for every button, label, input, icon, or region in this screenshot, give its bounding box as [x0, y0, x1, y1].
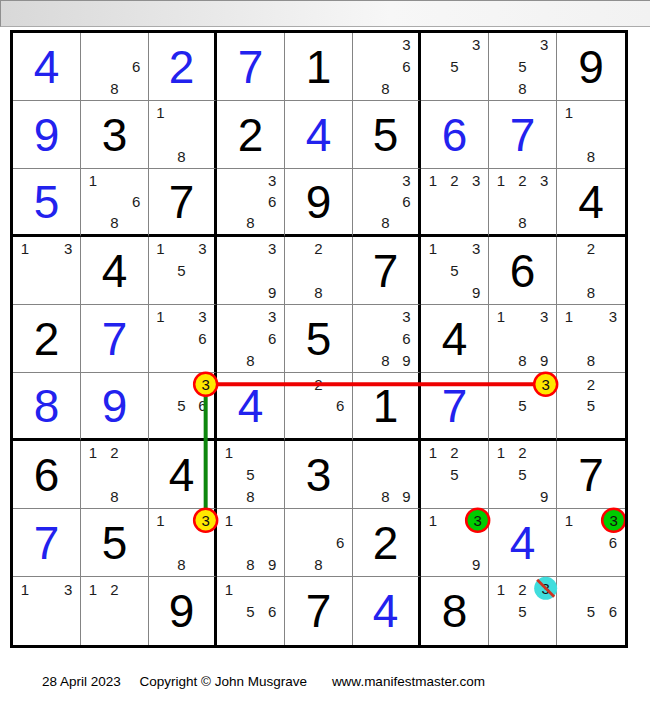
- candidate-grid: 136: [150, 306, 213, 371]
- candidate-9: [465, 485, 487, 507]
- cell-r6c5[interactable]: 26: [285, 373, 353, 441]
- candidate-4: [422, 532, 444, 554]
- cell-r5c9[interactable]: 138: [557, 305, 625, 373]
- candidate-8: 8: [240, 553, 262, 575]
- cell-r1c6[interactable]: 368: [353, 33, 421, 101]
- candidate-7: [558, 349, 580, 371]
- candidate-4: [422, 56, 444, 78]
- candidate-9: [192, 281, 213, 303]
- candidate-6: 6: [602, 600, 624, 622]
- candidate-3: 3: [533, 170, 555, 191]
- candidate-9: [465, 77, 487, 99]
- solved-digit: 4: [13, 33, 80, 100]
- candidate-1: [422, 34, 444, 56]
- candidate-6: [57, 260, 79, 282]
- given-digit: 7: [557, 441, 625, 508]
- candidate-grid: 368: [218, 170, 283, 233]
- cell-r9c5[interactable]: 7: [285, 577, 353, 645]
- cell-r4c5[interactable]: 28: [285, 237, 353, 305]
- candidate-8: [512, 416, 534, 437]
- cell-r7c1[interactable]: 6: [13, 441, 81, 509]
- candidate-9: [602, 281, 624, 303]
- candidate-9: [329, 281, 351, 303]
- cell-r4c7[interactable]: 1359: [421, 237, 489, 305]
- candidate-9: 9: [465, 553, 487, 575]
- cell-r3c7[interactable]: 123: [421, 169, 489, 237]
- solved-digit: 5: [13, 169, 80, 234]
- cell-r8c4[interactable]: 189: [217, 509, 285, 577]
- candidate-grid: 39: [218, 238, 283, 303]
- window-top-bar: [0, 0, 650, 27]
- cell-r2c5[interactable]: 4: [285, 101, 353, 169]
- candidate-4: [422, 191, 444, 212]
- candidate-2: [580, 306, 602, 328]
- candidate-6: [261, 464, 283, 486]
- cell-r4c8[interactable]: 6: [489, 237, 557, 305]
- cell-r9c1[interactable]: 13: [13, 577, 81, 645]
- candidate-8: 8: [308, 553, 330, 575]
- cell-r8c6[interactable]: 2: [353, 509, 421, 577]
- candidate-5: [171, 124, 192, 146]
- candidate-3: 3: [192, 238, 213, 260]
- candidate-7: [82, 622, 104, 644]
- candidate-5: 5: [512, 395, 534, 416]
- candidate-1: [286, 510, 308, 532]
- cell-r1c1[interactable]: 4: [13, 33, 81, 101]
- cell-r9c7[interactable]: 8: [421, 577, 489, 645]
- candidate-3: 3: [192, 306, 213, 328]
- cell-r2c2[interactable]: 3: [81, 101, 149, 169]
- candidate-4: [286, 532, 308, 554]
- candidate-grid: 1389: [490, 306, 555, 371]
- footer: 28 April 2023 Copyright © John Musgrave …: [42, 674, 485, 689]
- candidate-5: 5: [444, 464, 466, 486]
- cell-r7c9[interactable]: 7: [557, 441, 625, 509]
- candidate-9: [125, 485, 147, 507]
- candidate-8: [512, 622, 534, 644]
- candidate-4: [558, 124, 580, 146]
- candidate-grid: 35: [422, 34, 487, 99]
- candidate-7: [490, 622, 512, 644]
- candidate-2: [104, 170, 126, 191]
- candidate-1: 1: [218, 510, 240, 532]
- candidate-4: [558, 395, 580, 416]
- candidate-3: [602, 238, 624, 260]
- candidate-6: [125, 464, 147, 486]
- cell-r6c1[interactable]: 8: [13, 373, 81, 441]
- given-digit: 2: [353, 509, 418, 576]
- cell-r1c8[interactable]: 358: [489, 33, 557, 101]
- cell-r5c1[interactable]: 2: [13, 305, 81, 373]
- candidate-3: 3: [533, 306, 555, 328]
- candidate-9: [192, 553, 213, 575]
- candidate-3: [396, 442, 417, 464]
- candidate-5: [171, 532, 192, 554]
- candidate-9: [261, 349, 283, 371]
- cell-r8c3[interactable]: 138: [149, 509, 217, 577]
- candidate-6: [125, 600, 147, 622]
- candidate-9: [465, 212, 487, 233]
- candidate-9: [261, 485, 283, 507]
- candidate-4: [422, 464, 444, 486]
- candidate-3: 3: [261, 238, 283, 260]
- candidate-9: [329, 416, 351, 437]
- candidate-7: [558, 416, 580, 437]
- candidate-7: [490, 416, 512, 437]
- candidate-1: [354, 170, 375, 191]
- cell-r6c7[interactable]: 7: [421, 373, 489, 441]
- cell-r9c2[interactable]: 12: [81, 577, 149, 645]
- candidate-1: [490, 374, 512, 395]
- cell-r7c8[interactable]: 1259: [489, 441, 557, 509]
- cell-r4c3[interactable]: 135: [149, 237, 217, 305]
- candidate-8: 8: [580, 145, 602, 167]
- candidate-4: [558, 600, 580, 622]
- candidate-2: 2: [104, 578, 126, 600]
- candidate-grid: 138: [150, 510, 213, 575]
- candidate-9: [192, 145, 213, 167]
- candidate-6: 6: [329, 395, 351, 416]
- candidate-3: [261, 442, 283, 464]
- given-digit: 4: [149, 441, 214, 508]
- candidate-9: [125, 77, 147, 99]
- candidate-1: 1: [422, 442, 444, 464]
- candidate-9: 9: [261, 553, 283, 575]
- candidate-5: [580, 532, 602, 554]
- given-digit: 4: [557, 169, 625, 234]
- candidate-8: [444, 77, 466, 99]
- candidate-7: [354, 349, 375, 371]
- candidate-8: [240, 281, 262, 303]
- candidate-2: [580, 102, 602, 124]
- cell-r1c3[interactable]: 2: [149, 33, 217, 101]
- candidate-8: 8: [240, 212, 262, 233]
- candidate-3: 3: [192, 374, 213, 395]
- candidate-7: [14, 281, 36, 303]
- candidate-2: [580, 510, 602, 532]
- cell-r6c9[interactable]: 25: [557, 373, 625, 441]
- cell-r5c2[interactable]: 7: [81, 305, 149, 373]
- candidate-5: [375, 56, 396, 78]
- cell-r8c5[interactable]: 68: [285, 509, 353, 577]
- candidate-9: [533, 77, 555, 99]
- candidate-7: [422, 77, 444, 99]
- candidate-9: [396, 212, 417, 233]
- cell-r3c1[interactable]: 5: [13, 169, 81, 237]
- candidate-9: 9: [533, 485, 555, 507]
- candidate-7: [286, 281, 308, 303]
- candidate-1: 1: [82, 442, 104, 464]
- candidate-5: 5: [580, 600, 602, 622]
- cell-r9c4[interactable]: 156: [217, 577, 285, 645]
- cell-r5c8[interactable]: 1389: [489, 305, 557, 373]
- candidate-8: 8: [104, 212, 126, 233]
- candidate-3: 3: [261, 170, 283, 191]
- candidate-9: [125, 212, 147, 233]
- candidate-grid: 358: [490, 34, 555, 99]
- candidate-4: [490, 328, 512, 350]
- candidate-8: [36, 281, 58, 303]
- candidate-3: [602, 374, 624, 395]
- candidate-3: [602, 578, 624, 600]
- candidate-2: 2: [444, 170, 466, 191]
- candidate-9: [192, 416, 213, 437]
- cell-r5c6[interactable]: 3689: [353, 305, 421, 373]
- solved-digit: 4: [489, 509, 556, 576]
- cell-r1c7[interactable]: 35: [421, 33, 489, 101]
- cell-r4c2[interactable]: 4: [81, 237, 149, 305]
- cell-r2c7[interactable]: 6: [421, 101, 489, 169]
- cell-r8c9[interactable]: 136: [557, 509, 625, 577]
- candidate-5: 5: [171, 260, 192, 282]
- cell-r8c1[interactable]: 7: [13, 509, 81, 577]
- cell-r2c3[interactable]: 18: [149, 101, 217, 169]
- candidate-3: 3: [465, 170, 487, 191]
- cell-r7c6[interactable]: 89: [353, 441, 421, 509]
- cell-r2c4[interactable]: 2: [217, 101, 285, 169]
- candidate-5: 5: [171, 395, 192, 416]
- cell-r3c6[interactable]: 368: [353, 169, 421, 237]
- cell-r1c5[interactable]: 1: [285, 33, 353, 101]
- candidate-7: [218, 553, 240, 575]
- cell-r1c4[interactable]: 7: [217, 33, 285, 101]
- candidate-grid: 13: [14, 238, 79, 303]
- candidate-8: [240, 622, 262, 644]
- candidate-5: [580, 260, 602, 282]
- cell-r2c1[interactable]: 9: [13, 101, 81, 169]
- candidate-4: [150, 124, 171, 146]
- cell-r4c9[interactable]: 28: [557, 237, 625, 305]
- candidate-8: 8: [512, 349, 534, 371]
- candidate-1: [218, 170, 240, 191]
- candidate-2: [308, 510, 330, 532]
- cell-r9c9[interactable]: 56: [557, 577, 625, 645]
- candidate-3: [192, 102, 213, 124]
- candidate-grid: 12: [82, 578, 147, 644]
- candidate-8: [444, 553, 466, 575]
- candidate-4: [354, 191, 375, 212]
- cell-r6c8[interactable]: 35: [489, 373, 557, 441]
- candidate-8: [580, 622, 602, 644]
- candidate-7: [354, 485, 375, 507]
- candidate-4: [150, 395, 171, 416]
- candidate-9: [533, 416, 555, 437]
- candidate-5: [171, 328, 192, 350]
- candidate-6: [602, 260, 624, 282]
- candidate-7: [490, 77, 512, 99]
- candidate-1: [150, 374, 171, 395]
- candidate-3: [329, 238, 351, 260]
- candidate-9: [602, 145, 624, 167]
- candidate-2: [375, 170, 396, 191]
- candidate-4: [150, 532, 171, 554]
- candidate-grid: 25: [558, 374, 624, 437]
- cell-r2c9[interactable]: 18: [557, 101, 625, 169]
- given-digit: 1: [353, 373, 418, 438]
- candidate-2: [444, 238, 466, 260]
- cell-r6c6[interactable]: 1: [353, 373, 421, 441]
- candidate-2: [240, 306, 262, 328]
- candidate-3: 3: [396, 170, 417, 191]
- given-digit: 3: [81, 101, 148, 168]
- candidate-2: 2: [444, 442, 466, 464]
- cell-r6c2[interactable]: 9: [81, 373, 149, 441]
- candidate-2: [171, 510, 192, 532]
- candidate-1: 1: [82, 578, 104, 600]
- cell-r5c3[interactable]: 136: [149, 305, 217, 373]
- candidate-8: 8: [240, 349, 262, 371]
- candidate-6: [465, 260, 487, 282]
- candidate-4: [558, 260, 580, 282]
- candidate-grid: 13: [14, 578, 79, 644]
- candidate-5: 5: [444, 260, 466, 282]
- cell-r9c6[interactable]: 4: [353, 577, 421, 645]
- candidate-8: [171, 416, 192, 437]
- cell-r1c9[interactable]: 9: [557, 33, 625, 101]
- candidate-9: [533, 212, 555, 233]
- cell-r4c1[interactable]: 13: [13, 237, 81, 305]
- given-digit: 6: [489, 237, 556, 304]
- candidate-1: [354, 306, 375, 328]
- candidate-5: [375, 464, 396, 486]
- cell-r9c3[interactable]: 9: [149, 577, 217, 645]
- candidate-8: 8: [171, 553, 192, 575]
- candidate-7: [82, 485, 104, 507]
- candidate-5: [104, 56, 126, 78]
- given-digit: 4: [421, 305, 488, 372]
- candidate-8: 8: [375, 349, 396, 371]
- cell-r1c2[interactable]: 68: [81, 33, 149, 101]
- cell-r2c6[interactable]: 5: [353, 101, 421, 169]
- cell-r4c6[interactable]: 7: [353, 237, 421, 305]
- candidate-8: [580, 416, 602, 437]
- cell-r7c7[interactable]: 125: [421, 441, 489, 509]
- cell-r5c7[interactable]: 4: [421, 305, 489, 373]
- candidate-6: 6: [396, 328, 417, 350]
- candidate-9: [261, 212, 283, 233]
- cell-r3c8[interactable]: 1238: [489, 169, 557, 237]
- candidate-8: 8: [512, 77, 534, 99]
- candidate-1: [82, 34, 104, 56]
- cell-r5c4[interactable]: 368: [217, 305, 285, 373]
- candidate-6: [602, 395, 624, 416]
- candidate-3: 3: [602, 510, 624, 532]
- cell-r6c3[interactable]: 356: [149, 373, 217, 441]
- cell-r3c5[interactable]: 9: [285, 169, 353, 237]
- candidate-4: [218, 464, 240, 486]
- candidate-4: [218, 328, 240, 350]
- candidate-5: [240, 191, 262, 212]
- candidate-4: [490, 464, 512, 486]
- candidate-5: [240, 328, 262, 350]
- candidate-grid: 158: [218, 442, 283, 507]
- candidate-4: [558, 328, 580, 350]
- cell-r7c4[interactable]: 158: [217, 441, 285, 509]
- cell-r8c2[interactable]: 5: [81, 509, 149, 577]
- candidate-5: [375, 328, 396, 350]
- given-digit: 7: [149, 169, 214, 234]
- candidate-8: 8: [580, 281, 602, 303]
- candidate-3: [465, 442, 487, 464]
- candidate-6: 6: [125, 191, 147, 212]
- cell-r6c4[interactable]: 4: [217, 373, 285, 441]
- candidate-6: [396, 464, 417, 486]
- cell-r3c4[interactable]: 368: [217, 169, 285, 237]
- given-digit: 9: [285, 169, 352, 234]
- candidate-3: 3: [533, 578, 555, 600]
- candidate-3: 3: [465, 238, 487, 260]
- candidate-6: [192, 260, 213, 282]
- candidate-9: 9: [261, 281, 283, 303]
- sudoku-board: 4682713683535899318245671851687368936812…: [10, 30, 628, 648]
- candidate-7: [150, 349, 171, 371]
- candidate-9: [192, 349, 213, 371]
- candidate-7: [286, 553, 308, 575]
- cell-r8c7[interactable]: 139: [421, 509, 489, 577]
- candidate-1: 1: [558, 510, 580, 532]
- cell-r9c8[interactable]: 1235: [489, 577, 557, 645]
- candidate-grid: 135: [150, 238, 213, 303]
- candidate-grid: 1235: [490, 578, 555, 644]
- cell-r3c9[interactable]: 4: [557, 169, 625, 237]
- cell-r2c8[interactable]: 7: [489, 101, 557, 169]
- candidate-grid: 189: [218, 510, 283, 575]
- candidate-8: [104, 622, 126, 644]
- candidate-4: [286, 395, 308, 416]
- candidate-grid: 128: [82, 442, 147, 507]
- candidate-5: 5: [240, 464, 262, 486]
- candidate-1: [286, 374, 308, 395]
- candidate-9: [602, 416, 624, 437]
- candidate-5: [240, 532, 262, 554]
- candidate-9: [261, 622, 283, 644]
- candidate-5: [375, 191, 396, 212]
- candidate-5: [580, 328, 602, 350]
- candidate-2: 2: [104, 442, 126, 464]
- candidate-7: [490, 349, 512, 371]
- candidate-3: 3: [57, 238, 79, 260]
- cell-r7c2[interactable]: 128: [81, 441, 149, 509]
- solved-digit: 7: [217, 33, 284, 100]
- candidate-1: 1: [14, 578, 36, 600]
- cell-r8c8[interactable]: 4: [489, 509, 557, 577]
- candidate-3: 3: [465, 510, 487, 532]
- candidate-6: 6: [396, 191, 417, 212]
- candidate-7: [490, 212, 512, 233]
- candidate-1: [354, 442, 375, 464]
- candidate-7: [150, 281, 171, 303]
- candidate-3: 3: [396, 306, 417, 328]
- candidate-1: 1: [490, 306, 512, 328]
- cell-r3c3[interactable]: 7: [149, 169, 217, 237]
- solved-digit: 7: [13, 509, 80, 576]
- candidate-3: [261, 510, 283, 532]
- given-digit: 9: [149, 577, 214, 645]
- cell-r4c4[interactable]: 39: [217, 237, 285, 305]
- cell-r7c5[interactable]: 3: [285, 441, 353, 509]
- candidate-4: [150, 260, 171, 282]
- candidate-2: [171, 238, 192, 260]
- candidate-5: [104, 464, 126, 486]
- candidate-7: [218, 349, 240, 371]
- cell-r3c2[interactable]: 168: [81, 169, 149, 237]
- cell-r7c3[interactable]: 4: [149, 441, 217, 509]
- cell-r5c5[interactable]: 5: [285, 305, 353, 373]
- candidate-grid: 368: [354, 34, 417, 99]
- candidate-6: 6: [329, 532, 351, 554]
- given-digit: 9: [557, 33, 625, 100]
- candidate-6: [533, 395, 555, 416]
